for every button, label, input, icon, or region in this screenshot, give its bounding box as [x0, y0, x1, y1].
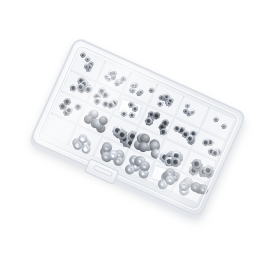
nut-hole [108, 78, 111, 81]
nut-hole [82, 53, 85, 56]
nut-hole [141, 163, 148, 170]
nut-hole [85, 65, 88, 68]
latch-handle [93, 164, 113, 177]
nut-hole [113, 71, 116, 74]
organizer-box [29, 36, 248, 218]
nut-hole [85, 57, 88, 60]
hex-nut [220, 122, 228, 130]
hex-nut [69, 83, 78, 92]
hex-nut [183, 101, 191, 109]
nut-hole [115, 82, 118, 85]
nut-hole [129, 103, 133, 107]
nut-hole [67, 108, 71, 112]
nut-hole [188, 136, 193, 141]
nut-hole [204, 140, 208, 144]
nut-hole [131, 89, 134, 92]
nut-hole [122, 112, 126, 116]
nut-hole [110, 152, 117, 159]
compartment-grid [42, 49, 235, 203]
nut-hole [75, 143, 81, 149]
nut-hole [183, 133, 187, 137]
nut-hole [206, 167, 212, 173]
nut-hole [146, 119, 150, 123]
nut-hole [132, 83, 135, 86]
nut-hole [213, 151, 217, 155]
nut-hole [181, 183, 188, 190]
hex-nut [212, 115, 220, 123]
nut-hole [72, 86, 76, 90]
nut-hole [103, 93, 107, 97]
nut-hole [191, 110, 194, 113]
nut-hole [78, 85, 82, 89]
nut-hole [133, 107, 137, 111]
nut-hole [112, 76, 115, 79]
nut-hole [163, 121, 167, 125]
nut-hole [77, 104, 82, 109]
nut-hole [162, 130, 166, 134]
nut-hole [215, 118, 218, 121]
nut-hole [175, 125, 180, 130]
nut-hole [194, 161, 200, 167]
washer [197, 183, 210, 196]
nut-hole [223, 124, 226, 127]
nut-hole [83, 146, 89, 152]
nut-hole [130, 113, 134, 117]
nut-hole [79, 136, 85, 142]
nut-hole [184, 110, 187, 113]
nut-hole [86, 87, 90, 91]
nut-hole [109, 102, 113, 106]
nut-hole [65, 99, 69, 103]
nut-hole [119, 132, 125, 138]
nut-hole [169, 99, 173, 103]
nut-hole [154, 113, 158, 117]
product-photo [0, 0, 259, 259]
nut-hole [128, 167, 134, 173]
nut-hole [139, 90, 142, 93]
nut-hole [96, 98, 101, 103]
nut-hole [167, 176, 173, 182]
nut-hole [200, 186, 206, 192]
nut-hole [186, 104, 189, 107]
nut-hole [165, 95, 169, 99]
nut-hole [191, 131, 195, 135]
nut-hole [173, 159, 178, 164]
hex-nut [121, 75, 128, 82]
nut-hole [123, 77, 126, 80]
nut-hole [160, 182, 165, 187]
nut-hole [150, 88, 153, 91]
nut-hole [159, 102, 163, 106]
nut-hole [150, 112, 154, 116]
